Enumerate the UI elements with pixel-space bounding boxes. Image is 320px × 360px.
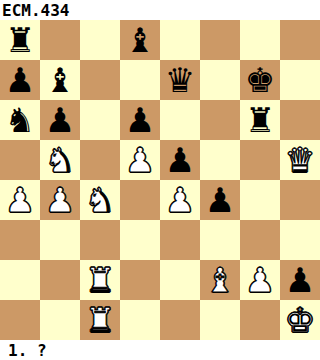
square-g6[interactable]: ♜ bbox=[240, 100, 280, 140]
square-c4[interactable]: ♞ bbox=[80, 180, 120, 220]
square-b5[interactable]: ♞ bbox=[40, 140, 80, 180]
square-g1[interactable] bbox=[240, 300, 280, 340]
square-h7[interactable] bbox=[280, 60, 320, 100]
piece-white-queen: ♛ bbox=[285, 140, 315, 180]
piece-white-pawn: ♟ bbox=[245, 260, 275, 300]
square-d5[interactable]: ♟ bbox=[120, 140, 160, 180]
square-b1[interactable] bbox=[40, 300, 80, 340]
square-c6[interactable] bbox=[80, 100, 120, 140]
square-b7[interactable]: ♝ bbox=[40, 60, 80, 100]
piece-white-pawn: ♟ bbox=[165, 180, 195, 220]
square-g3[interactable] bbox=[240, 220, 280, 260]
square-h2[interactable]: ♟ bbox=[280, 260, 320, 300]
piece-black-pawn: ♟ bbox=[205, 180, 235, 220]
piece-black-rook: ♜ bbox=[5, 20, 35, 60]
square-a8[interactable]: ♜ bbox=[0, 20, 40, 60]
square-b6[interactable]: ♟ bbox=[40, 100, 80, 140]
piece-black-pawn: ♟ bbox=[45, 100, 75, 140]
square-d1[interactable] bbox=[120, 300, 160, 340]
square-e1[interactable] bbox=[160, 300, 200, 340]
square-g7[interactable]: ♚ bbox=[240, 60, 280, 100]
square-b2[interactable] bbox=[40, 260, 80, 300]
square-f5[interactable] bbox=[200, 140, 240, 180]
square-b8[interactable] bbox=[40, 20, 80, 60]
piece-white-knight: ♞ bbox=[45, 140, 75, 180]
piece-black-pawn: ♟ bbox=[285, 260, 315, 300]
square-a6[interactable]: ♞ bbox=[0, 100, 40, 140]
piece-black-queen: ♛ bbox=[165, 60, 195, 100]
square-h6[interactable] bbox=[280, 100, 320, 140]
piece-white-bishop: ♝ bbox=[205, 260, 235, 300]
piece-black-bishop: ♝ bbox=[125, 20, 155, 60]
piece-black-pawn: ♟ bbox=[165, 140, 195, 180]
square-c2[interactable]: ♜ bbox=[80, 260, 120, 300]
square-d8[interactable]: ♝ bbox=[120, 20, 160, 60]
square-g2[interactable]: ♟ bbox=[240, 260, 280, 300]
square-c7[interactable] bbox=[80, 60, 120, 100]
square-d4[interactable] bbox=[120, 180, 160, 220]
square-e3[interactable] bbox=[160, 220, 200, 260]
square-g5[interactable] bbox=[240, 140, 280, 180]
piece-white-pawn: ♟ bbox=[5, 180, 35, 220]
square-g8[interactable] bbox=[240, 20, 280, 60]
square-c3[interactable] bbox=[80, 220, 120, 260]
piece-black-knight: ♞ bbox=[5, 100, 35, 140]
square-d7[interactable] bbox=[120, 60, 160, 100]
piece-black-bishop: ♝ bbox=[45, 60, 75, 100]
square-b3[interactable] bbox=[40, 220, 80, 260]
piece-white-knight: ♞ bbox=[85, 180, 115, 220]
piece-black-rook: ♜ bbox=[245, 100, 275, 140]
square-c5[interactable] bbox=[80, 140, 120, 180]
piece-black-pawn: ♟ bbox=[125, 100, 155, 140]
chess-board: ♜♝♟♝♛♚♞♟♟♜♞♟♟♛♟♟♞♟♟♜♝♟♟♜♚ bbox=[0, 20, 320, 340]
square-f3[interactable] bbox=[200, 220, 240, 260]
square-f4[interactable]: ♟ bbox=[200, 180, 240, 220]
piece-white-rook: ♜ bbox=[85, 300, 115, 340]
square-e4[interactable]: ♟ bbox=[160, 180, 200, 220]
square-e6[interactable] bbox=[160, 100, 200, 140]
square-h1[interactable]: ♚ bbox=[280, 300, 320, 340]
square-a2[interactable] bbox=[0, 260, 40, 300]
square-c1[interactable]: ♜ bbox=[80, 300, 120, 340]
piece-white-pawn: ♟ bbox=[125, 140, 155, 180]
square-d2[interactable] bbox=[120, 260, 160, 300]
square-c8[interactable] bbox=[80, 20, 120, 60]
square-e7[interactable]: ♛ bbox=[160, 60, 200, 100]
square-h8[interactable] bbox=[280, 20, 320, 60]
square-a7[interactable]: ♟ bbox=[0, 60, 40, 100]
square-f8[interactable] bbox=[200, 20, 240, 60]
piece-white-pawn: ♟ bbox=[45, 180, 75, 220]
square-a4[interactable]: ♟ bbox=[0, 180, 40, 220]
square-a1[interactable] bbox=[0, 300, 40, 340]
square-a5[interactable] bbox=[0, 140, 40, 180]
square-f7[interactable] bbox=[200, 60, 240, 100]
square-h5[interactable]: ♛ bbox=[280, 140, 320, 180]
square-f2[interactable]: ♝ bbox=[200, 260, 240, 300]
piece-white-rook: ♜ bbox=[85, 260, 115, 300]
square-d3[interactable] bbox=[120, 220, 160, 260]
square-f6[interactable] bbox=[200, 100, 240, 140]
move-prompt: 1. ? bbox=[0, 340, 320, 360]
square-f1[interactable] bbox=[200, 300, 240, 340]
piece-white-king: ♚ bbox=[285, 300, 315, 340]
square-e8[interactable] bbox=[160, 20, 200, 60]
square-a3[interactable] bbox=[0, 220, 40, 260]
square-d6[interactable]: ♟ bbox=[120, 100, 160, 140]
square-b4[interactable]: ♟ bbox=[40, 180, 80, 220]
square-h3[interactable] bbox=[280, 220, 320, 260]
square-e2[interactable] bbox=[160, 260, 200, 300]
piece-black-king: ♚ bbox=[245, 60, 275, 100]
diagram-title: ECM.434 bbox=[0, 0, 320, 20]
square-e5[interactable]: ♟ bbox=[160, 140, 200, 180]
square-h4[interactable] bbox=[280, 180, 320, 220]
piece-black-pawn: ♟ bbox=[5, 60, 35, 100]
square-g4[interactable] bbox=[240, 180, 280, 220]
